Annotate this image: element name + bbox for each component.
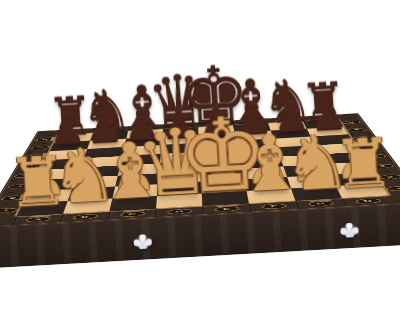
chess-board-wrap: ABCDEFGH 87654321 ♜♞♝♛♚♝♞♜♟♟♟♟♟♟♟♟♟♟♟♟♟♟…	[5, 0, 395, 330]
rank-label: 7	[30, 146, 51, 150]
rank-label: 5	[19, 163, 41, 168]
file-label: C	[119, 211, 144, 217]
file-label: F	[260, 203, 286, 209]
square-e6	[199, 141, 238, 152]
square-h3	[325, 162, 373, 175]
rank-label: 5	[358, 145, 381, 149]
clasp-left-icon	[134, 234, 153, 249]
rank-label: 1	[0, 208, 19, 214]
square-e3	[201, 169, 245, 182]
file-label: E	[214, 206, 239, 212]
rank-label: 3	[7, 184, 31, 189]
rank-label: 4	[13, 173, 36, 178]
rank-label: 2	[378, 174, 400, 179]
rank-label: 4	[364, 154, 388, 159]
product-photo-scene: ABCDEFGH 87654321 ♜♞♝♛♚♝♞♜♟♟♟♟♟♟♟♟♟♟♟♟♟♟…	[0, 0, 400, 330]
clasp-right-icon	[340, 222, 359, 237]
square-f5	[238, 147, 280, 158]
file-label: B	[72, 214, 98, 220]
file-label: A	[24, 216, 51, 222]
file-label: G	[307, 201, 334, 207]
square-c3	[115, 173, 159, 186]
rank-label: 2	[0, 195, 25, 200]
board-3d: ABCDEFGH 87654321 ♜♞♝♛♚♝♞♜♟♟♟♟♟♟♟♟♟♟♟♟♟♟…	[0, 114, 400, 227]
square-h5	[315, 143, 360, 154]
rank-label: 7	[346, 128, 367, 132]
file-label: D	[167, 208, 192, 214]
rank-label: 1	[385, 186, 400, 192]
square-g5	[277, 145, 320, 156]
square-e5	[199, 150, 239, 161]
rank-label: 6	[352, 136, 374, 140]
square-g3	[283, 164, 330, 177]
rank-label: 3	[370, 164, 395, 169]
file-label: H	[354, 198, 381, 204]
square-b1: ♞	[63, 198, 112, 213]
rank-label: 6	[25, 154, 47, 158]
rank-label: 8	[341, 121, 361, 125]
rank-label: 8	[35, 138, 55, 142]
